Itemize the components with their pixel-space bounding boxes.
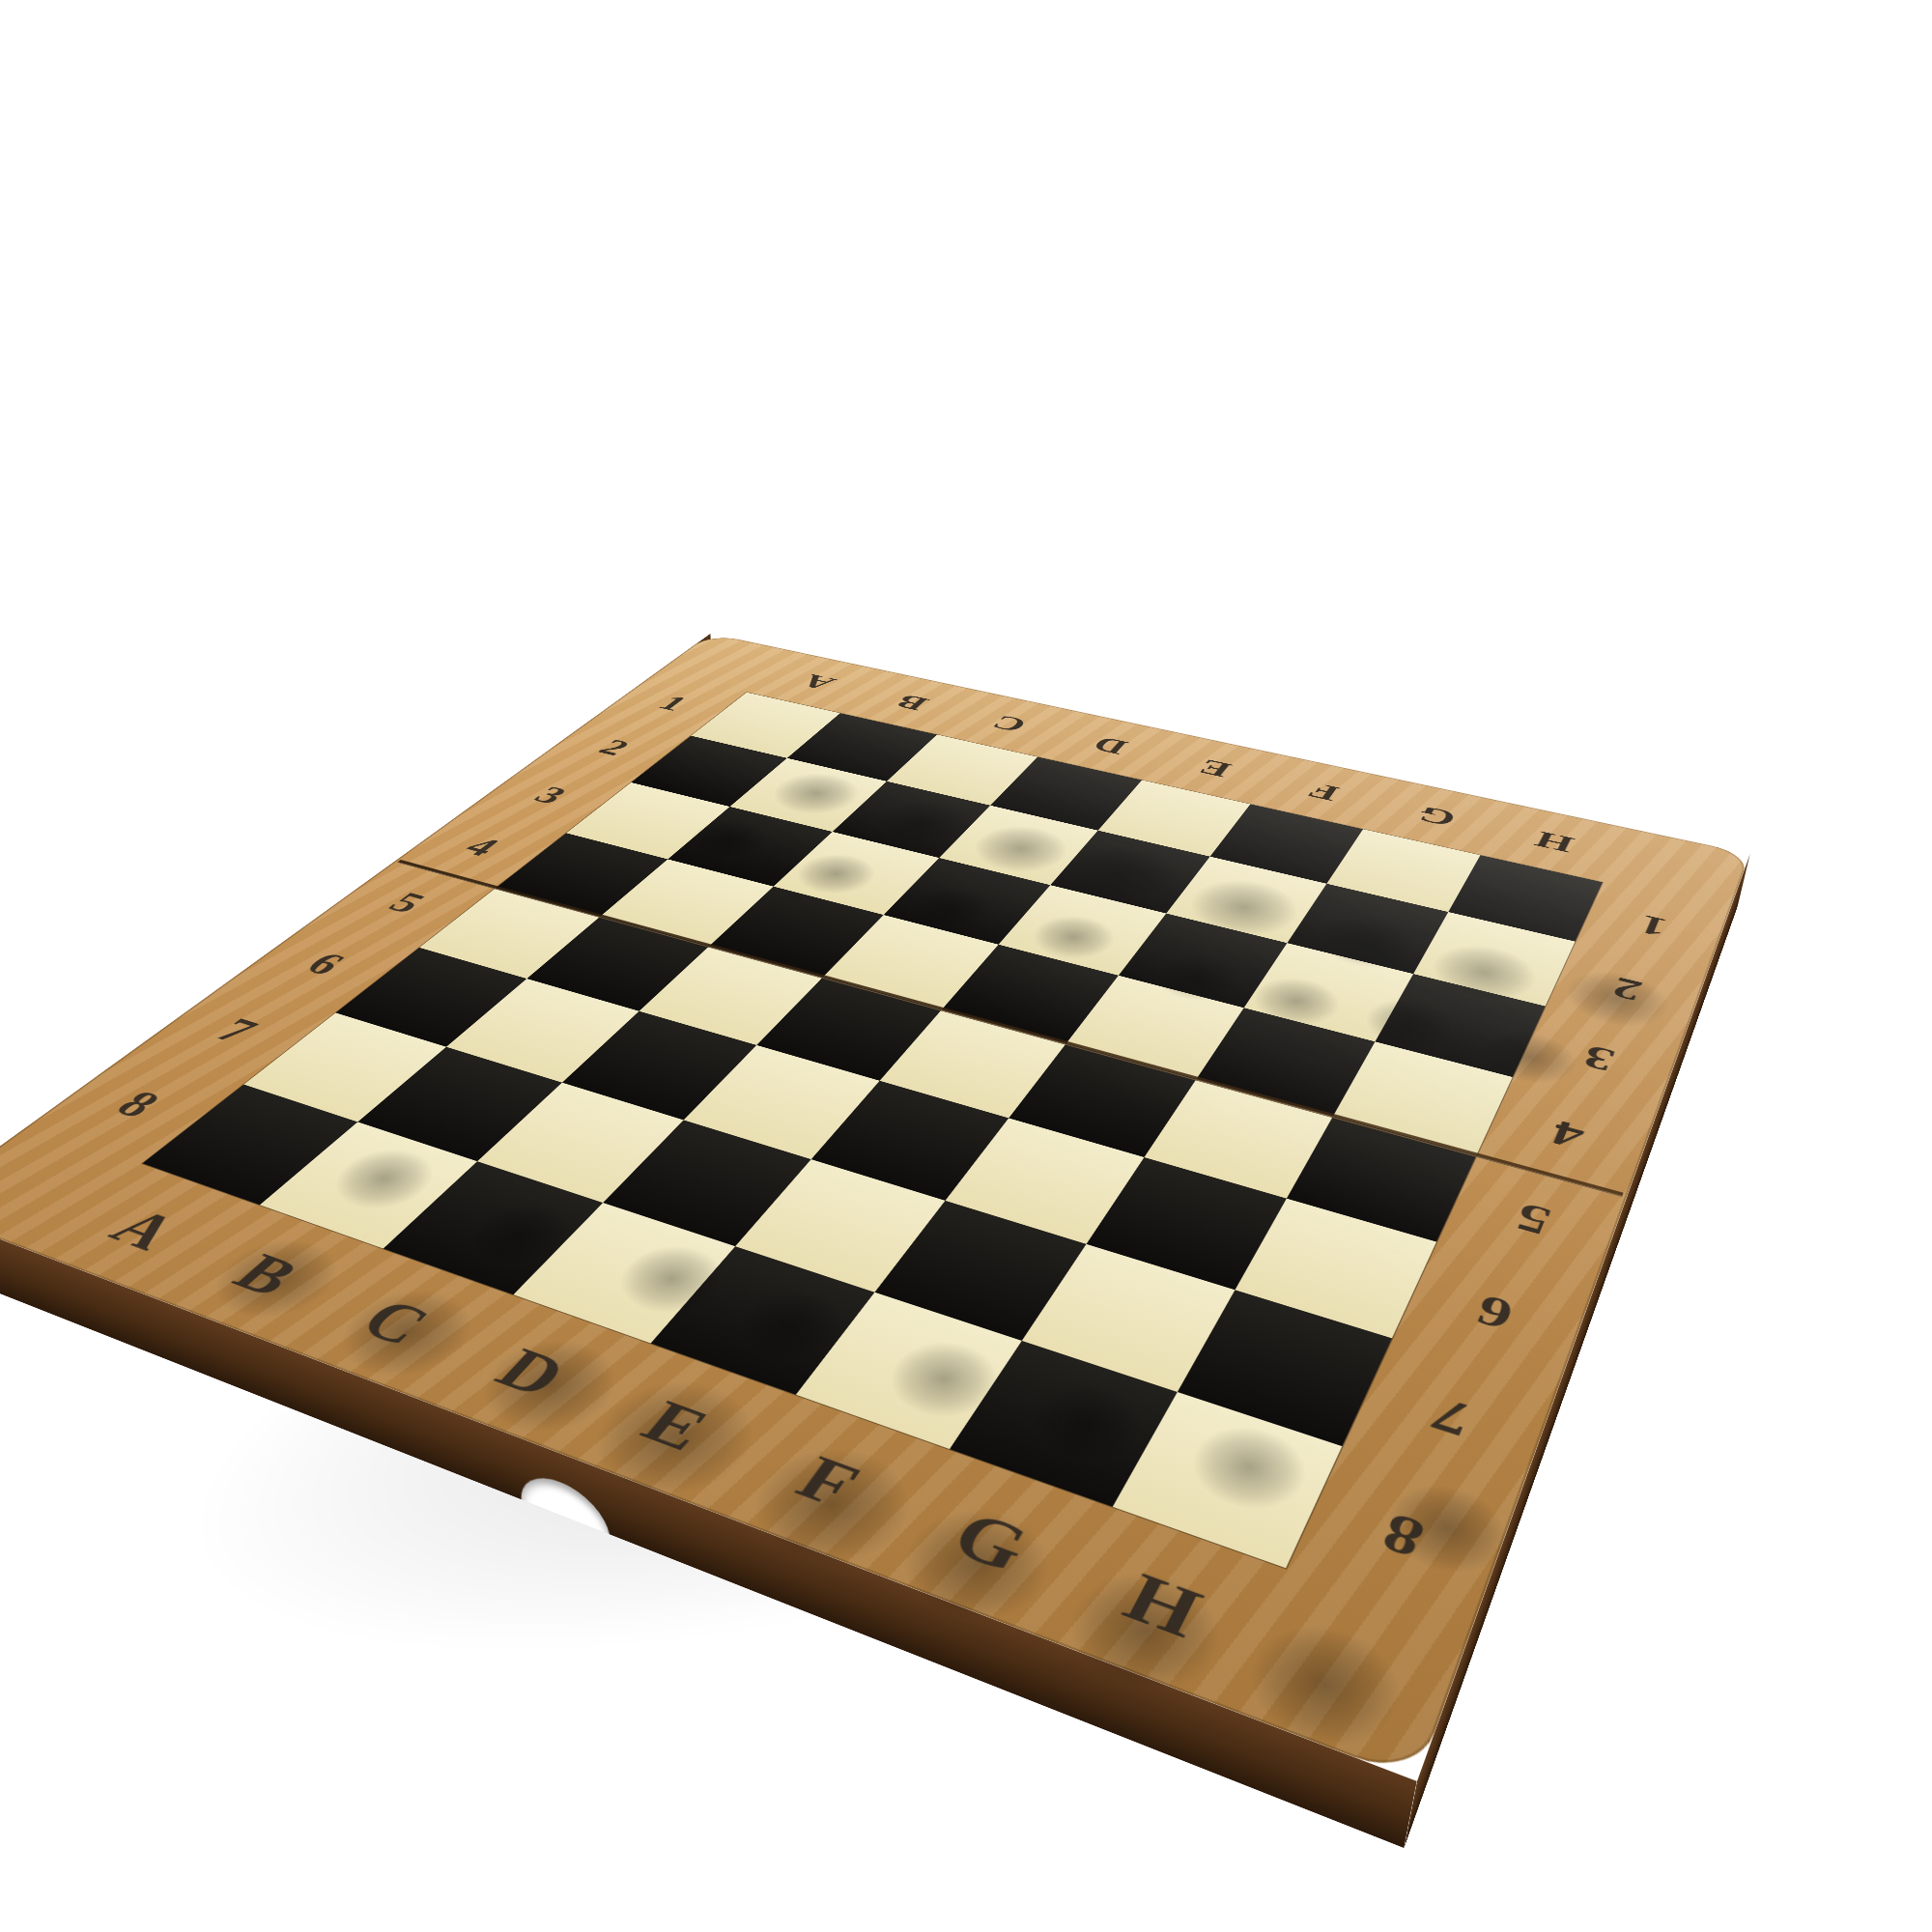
black-r-glyph: ♜	[1125, 1306, 1295, 1495]
product-photo: AA11BB22CC33DD44EE55FF66GG77HH88♜♞♝♚♛♝♞♜…	[0, 0, 1932, 1932]
